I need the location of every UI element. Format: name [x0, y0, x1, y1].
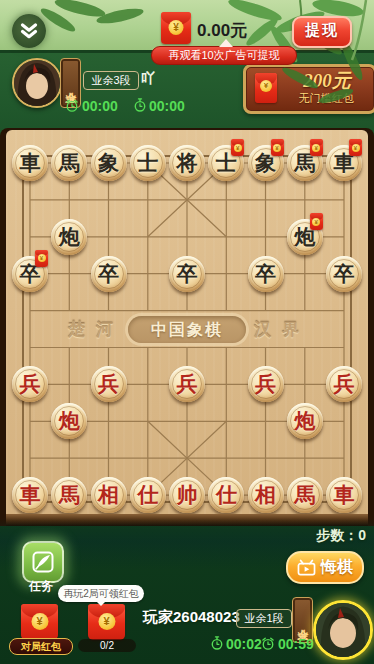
- piece-馬[interactable]: 馬: [51, 145, 87, 181]
- tv-ad-icon: [297, 559, 316, 576]
- xiangqi-board-panel: 楚 河 中国象棋 汉 界 車馬象士将士象馬車炮炮卒卒卒卒卒兵兵兵兵兵炮炮車馬相仕…: [0, 128, 374, 526]
- red-envelope-badge[interactable]: [35, 250, 48, 267]
- piece-車[interactable]: 車: [12, 477, 48, 513]
- match-envelope-label: 对局红包: [9, 638, 73, 655]
- opponent-move-clock: 00:00: [149, 98, 185, 114]
- piece-車[interactable]: 車: [12, 145, 48, 181]
- piece-相[interactable]: 相: [248, 477, 284, 513]
- chevron-double-down-icon: [18, 23, 40, 40]
- feather-icon: [31, 550, 55, 574]
- undo-button[interactable]: 悔棋: [286, 551, 364, 584]
- opponent-total-clock: 00:00: [82, 98, 118, 114]
- withdraw-button[interactable]: 提现: [292, 16, 352, 48]
- envelope-progress: 0/2: [78, 639, 136, 652]
- piece-glyph: 士: [137, 149, 158, 177]
- opponent-rank-pill: 业余3段: [83, 71, 139, 90]
- piece-glyph: 卒: [334, 260, 355, 288]
- collapse-button[interactable]: [12, 14, 46, 48]
- piece-glyph: 象: [98, 149, 119, 177]
- piece-相[interactable]: 相: [91, 477, 127, 513]
- step-counter: 步数：0: [262, 527, 366, 545]
- piece-炮[interactable]: 炮: [287, 403, 323, 439]
- piece-glyph: 車: [20, 481, 41, 509]
- balance-envelope-icon[interactable]: [161, 12, 191, 44]
- red-envelope-badge[interactable]: [271, 139, 284, 156]
- player-move-clock: 00:02: [226, 636, 262, 652]
- piece-glyph: 車: [20, 149, 41, 177]
- piece-glyph: 馬: [59, 481, 80, 509]
- piece-glyph: 兵: [334, 370, 355, 398]
- opponent-name: 吖: [141, 70, 155, 88]
- alarm-clock-icon: [65, 98, 79, 113]
- piece-馬[interactable]: 馬: [287, 477, 323, 513]
- piece-glyph: 兵: [98, 370, 119, 398]
- piece-卒[interactable]: 卒: [248, 256, 284, 292]
- board-pieces-layer: 車馬象士将士象馬車炮炮卒卒卒卒卒兵兵兵兵兵炮炮車馬相仕帅仕相馬車: [6, 130, 368, 514]
- opponent-portrait: [14, 60, 60, 106]
- red-envelope-badge[interactable]: [310, 213, 323, 230]
- ad-banner: 再观看10次广告可提现: [151, 46, 297, 65]
- reward-label: 无门槛红包: [282, 91, 370, 106]
- piece-glyph: 相: [98, 481, 119, 509]
- piece-兵[interactable]: 兵: [12, 366, 48, 402]
- piece-glyph: 将: [177, 149, 198, 177]
- piece-馬[interactable]: 馬: [51, 477, 87, 513]
- piece-glyph: 炮: [59, 223, 80, 251]
- piece-兵[interactable]: 兵: [248, 366, 284, 402]
- piece-士[interactable]: 士: [208, 145, 244, 181]
- piece-glyph: 兵: [255, 370, 276, 398]
- piece-象[interactable]: 象: [248, 145, 284, 181]
- reward-badge-button[interactable]: 200元 无门槛红包: [243, 64, 374, 114]
- piece-glyph: 兵: [177, 370, 198, 398]
- piece-glyph: 炮: [294, 407, 315, 435]
- piece-glyph: 卒: [255, 260, 276, 288]
- piece-卒[interactable]: 卒: [12, 256, 48, 292]
- reward-envelope-icon: [255, 73, 277, 103]
- player-name: 玩家26048023: [143, 608, 240, 627]
- opponent-avatar[interactable]: [12, 58, 62, 108]
- piece-glyph: 卒: [98, 260, 119, 288]
- piece-兵[interactable]: 兵: [326, 366, 362, 402]
- piece-glyph: 車: [334, 481, 355, 509]
- alarm-clock-icon: [261, 636, 275, 651]
- envelope-tooltip: 再玩2局可领红包: [58, 585, 144, 602]
- piece-glyph: 兵: [20, 370, 41, 398]
- player-total-clock: 00:59: [278, 636, 314, 652]
- piece-兵[interactable]: 兵: [91, 366, 127, 402]
- piece-glyph: 仕: [216, 481, 237, 509]
- piece-仕[interactable]: 仕: [130, 477, 166, 513]
- red-envelope-badge[interactable]: [231, 139, 244, 156]
- piece-炮[interactable]: 炮: [51, 403, 87, 439]
- piece-馬[interactable]: 馬: [287, 145, 323, 181]
- piece-glyph: 帅: [177, 481, 198, 509]
- piece-炮[interactable]: 炮: [51, 219, 87, 255]
- red-envelope-badge[interactable]: [349, 139, 362, 156]
- player-avatar[interactable]: [313, 600, 373, 660]
- piece-仕[interactable]: 仕: [208, 477, 244, 513]
- piece-帅[interactable]: 帅: [169, 477, 205, 513]
- undo-label: 悔棋: [321, 557, 353, 578]
- piece-glyph: 馬: [59, 149, 80, 177]
- piece-卒[interactable]: 卒: [326, 256, 362, 292]
- piece-兵[interactable]: 兵: [169, 366, 205, 402]
- xiangqi-board[interactable]: 楚 河 中国象棋 汉 界 車馬象士将士象馬車炮炮卒卒卒卒卒兵兵兵兵兵炮炮車馬相仕…: [6, 130, 368, 514]
- piece-車[interactable]: 車: [326, 145, 362, 181]
- player-portrait: [316, 603, 370, 657]
- piece-卒[interactable]: 卒: [169, 256, 205, 292]
- piece-glyph: 相: [255, 481, 276, 509]
- stopwatch-icon: [133, 97, 147, 113]
- piece-車[interactable]: 車: [326, 477, 362, 513]
- piece-glyph: 卒: [177, 260, 198, 288]
- player-rank-pill: 业余1段: [236, 609, 292, 628]
- ribbon-notch: [219, 39, 233, 47]
- task-button[interactable]: [22, 541, 64, 583]
- piece-glyph: 炮: [59, 407, 80, 435]
- red-envelope-badge[interactable]: [310, 139, 323, 156]
- piece-卒[interactable]: 卒: [91, 256, 127, 292]
- stopwatch-icon: [210, 635, 224, 651]
- progress-envelope-button[interactable]: [88, 604, 125, 640]
- piece-glyph: 馬: [294, 481, 315, 509]
- piece-士[interactable]: 士: [130, 145, 166, 181]
- piece-将[interactable]: 将: [169, 145, 205, 181]
- piece-象[interactable]: 象: [91, 145, 127, 181]
- match-envelope-button[interactable]: [21, 604, 58, 640]
- piece-glyph: 仕: [137, 481, 158, 509]
- piece-炮[interactable]: 炮: [287, 219, 323, 255]
- app-screen: 0.00元 提现 再观看10次广告可提现 业余 业余3段 吖 00:00 00:…: [0, 0, 374, 664]
